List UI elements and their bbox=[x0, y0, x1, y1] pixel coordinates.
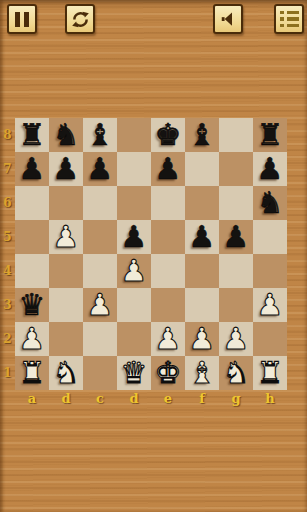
square-c4[interactable] bbox=[83, 254, 117, 288]
square-h6[interactable]: ♞ bbox=[253, 186, 287, 220]
white-pawn-g2[interactable]: ♟ bbox=[223, 322, 250, 356]
rank-label-5: 5 bbox=[0, 220, 15, 254]
square-c6[interactable] bbox=[83, 186, 117, 220]
white-queen-d1[interactable]: ♛ bbox=[121, 356, 148, 390]
white-rook-a1[interactable]: ♜ bbox=[19, 356, 46, 390]
square-f8[interactable]: ♝ bbox=[185, 118, 219, 152]
square-e4[interactable] bbox=[151, 254, 185, 288]
square-h8[interactable]: ♜ bbox=[253, 118, 287, 152]
square-b5[interactable]: ♟ bbox=[49, 220, 83, 254]
black-bishop-f8[interactable]: ♝ bbox=[189, 118, 216, 152]
square-d8[interactable] bbox=[117, 118, 151, 152]
white-pawn-b5[interactable]: ♟ bbox=[53, 220, 80, 254]
white-pawn-a2[interactable]: ♟ bbox=[19, 322, 46, 356]
square-a7[interactable]: ♟ bbox=[15, 152, 49, 186]
square-g5[interactable]: ♟ bbox=[219, 220, 253, 254]
black-knight-b8[interactable]: ♞ bbox=[53, 118, 80, 152]
black-pawn-f5[interactable]: ♟ bbox=[189, 220, 216, 254]
black-queen-a3[interactable]: ♛ bbox=[19, 288, 46, 322]
rank-label-7: 7 bbox=[0, 152, 15, 186]
menu-button[interactable] bbox=[274, 4, 304, 34]
square-e6[interactable] bbox=[151, 186, 185, 220]
sound-button[interactable] bbox=[213, 4, 243, 34]
square-h4[interactable] bbox=[253, 254, 287, 288]
black-rook-h8[interactable]: ♜ bbox=[257, 118, 284, 152]
black-pawn-d5[interactable]: ♟ bbox=[121, 220, 148, 254]
chess-app-screen: 87654321 ♜♞♝♚♝♜♟♟♟♟♟♞♟♟♟♟♟♛♟♟♟♟♟♟♜♞♛♚♝♞♜… bbox=[0, 0, 307, 512]
square-a6[interactable] bbox=[15, 186, 49, 220]
square-f6[interactable] bbox=[185, 186, 219, 220]
square-b7[interactable]: ♟ bbox=[49, 152, 83, 186]
rank-label-6: 6 bbox=[0, 186, 15, 220]
square-b2[interactable] bbox=[49, 322, 83, 356]
square-a3[interactable]: ♛ bbox=[15, 288, 49, 322]
square-f2[interactable]: ♟ bbox=[185, 322, 219, 356]
square-c1[interactable] bbox=[83, 356, 117, 390]
square-d7[interactable] bbox=[117, 152, 151, 186]
file-label-c: c bbox=[83, 390, 117, 407]
black-pawn-g5[interactable]: ♟ bbox=[223, 220, 250, 254]
square-g6[interactable] bbox=[219, 186, 253, 220]
file-label-b: d bbox=[49, 390, 83, 407]
file-label-a: a bbox=[15, 390, 49, 407]
white-pawn-f2[interactable]: ♟ bbox=[189, 322, 216, 356]
file-label-g: g bbox=[219, 390, 253, 407]
rank-label-3: 3 bbox=[0, 288, 15, 322]
square-d5[interactable]: ♟ bbox=[117, 220, 151, 254]
white-pawn-e2[interactable]: ♟ bbox=[155, 322, 182, 356]
square-b6[interactable] bbox=[49, 186, 83, 220]
file-label-d: d bbox=[117, 390, 151, 407]
square-c2[interactable] bbox=[83, 322, 117, 356]
square-d6[interactable] bbox=[117, 186, 151, 220]
square-f7[interactable] bbox=[185, 152, 219, 186]
square-h3[interactable]: ♟ bbox=[253, 288, 287, 322]
black-pawn-a7[interactable]: ♟ bbox=[19, 152, 46, 186]
rank-label-4: 4 bbox=[0, 254, 15, 288]
speaker-icon bbox=[218, 9, 238, 29]
square-a5[interactable] bbox=[15, 220, 49, 254]
square-g3[interactable] bbox=[219, 288, 253, 322]
pause-button[interactable] bbox=[7, 4, 37, 34]
square-d2[interactable] bbox=[117, 322, 151, 356]
black-pawn-e7[interactable]: ♟ bbox=[155, 152, 182, 186]
restart-circular-arrows-icon bbox=[70, 9, 91, 30]
square-g2[interactable]: ♟ bbox=[219, 322, 253, 356]
black-rook-a8[interactable]: ♜ bbox=[19, 118, 46, 152]
square-h7[interactable]: ♟ bbox=[253, 152, 287, 186]
square-h5[interactable] bbox=[253, 220, 287, 254]
square-f4[interactable] bbox=[185, 254, 219, 288]
white-pawn-c3[interactable]: ♟ bbox=[87, 288, 114, 322]
square-a1[interactable]: ♜ bbox=[15, 356, 49, 390]
square-e8[interactable]: ♚ bbox=[151, 118, 185, 152]
square-b4[interactable] bbox=[49, 254, 83, 288]
white-pawn-h3[interactable]: ♟ bbox=[257, 288, 284, 322]
square-e7[interactable]: ♟ bbox=[151, 152, 185, 186]
white-king-e1[interactable]: ♚ bbox=[155, 356, 182, 390]
black-pawn-b7[interactable]: ♟ bbox=[53, 152, 80, 186]
square-g1[interactable]: ♞ bbox=[219, 356, 253, 390]
white-pawn-d4[interactable]: ♟ bbox=[121, 254, 148, 288]
file-label-h: h bbox=[253, 390, 287, 407]
black-pawn-h7[interactable]: ♟ bbox=[257, 152, 284, 186]
square-c8[interactable]: ♝ bbox=[83, 118, 117, 152]
white-rook-h1[interactable]: ♜ bbox=[257, 356, 284, 390]
square-e3[interactable] bbox=[151, 288, 185, 322]
rank-label-2: 2 bbox=[0, 322, 15, 356]
white-bishop-f1[interactable]: ♝ bbox=[189, 356, 216, 390]
square-e5[interactable] bbox=[151, 220, 185, 254]
square-d1[interactable]: ♛ bbox=[117, 356, 151, 390]
square-g4[interactable] bbox=[219, 254, 253, 288]
square-a4[interactable] bbox=[15, 254, 49, 288]
restart-button[interactable] bbox=[65, 4, 95, 34]
menu-list-icon bbox=[280, 11, 299, 28]
square-c7[interactable]: ♟ bbox=[83, 152, 117, 186]
square-g7[interactable] bbox=[219, 152, 253, 186]
square-h2[interactable] bbox=[253, 322, 287, 356]
rank-label-1: 1 bbox=[0, 356, 15, 390]
square-e2[interactable]: ♟ bbox=[151, 322, 185, 356]
square-b3[interactable] bbox=[49, 288, 83, 322]
black-king-e8[interactable]: ♚ bbox=[155, 118, 182, 152]
square-e1[interactable]: ♚ bbox=[151, 356, 185, 390]
file-label-f: f bbox=[185, 390, 219, 407]
square-f1[interactable]: ♝ bbox=[185, 356, 219, 390]
square-b1[interactable]: ♞ bbox=[49, 356, 83, 390]
square-f3[interactable] bbox=[185, 288, 219, 322]
square-a2[interactable]: ♟ bbox=[15, 322, 49, 356]
black-pawn-c7[interactable]: ♟ bbox=[87, 152, 114, 186]
square-f5[interactable]: ♟ bbox=[185, 220, 219, 254]
black-bishop-c8[interactable]: ♝ bbox=[87, 118, 114, 152]
square-d4[interactable]: ♟ bbox=[117, 254, 151, 288]
square-b8[interactable]: ♞ bbox=[49, 118, 83, 152]
square-h1[interactable]: ♜ bbox=[253, 356, 287, 390]
black-knight-h6[interactable]: ♞ bbox=[257, 186, 284, 220]
square-c5[interactable] bbox=[83, 220, 117, 254]
pause-icon bbox=[15, 12, 29, 27]
rank-label-8: 8 bbox=[0, 118, 15, 152]
chess-board: ♜♞♝♚♝♜♟♟♟♟♟♞♟♟♟♟♟♛♟♟♟♟♟♟♜♞♛♚♝♞♜ bbox=[15, 118, 287, 390]
square-g8[interactable] bbox=[219, 118, 253, 152]
square-d3[interactable] bbox=[117, 288, 151, 322]
white-knight-g1[interactable]: ♞ bbox=[223, 356, 250, 390]
square-a8[interactable]: ♜ bbox=[15, 118, 49, 152]
square-c3[interactable]: ♟ bbox=[83, 288, 117, 322]
file-label-e: e bbox=[151, 390, 185, 407]
white-knight-b1[interactable]: ♞ bbox=[53, 356, 80, 390]
